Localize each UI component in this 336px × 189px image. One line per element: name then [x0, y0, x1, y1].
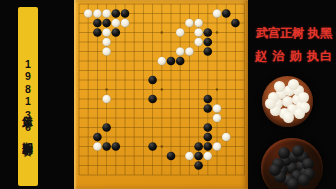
stone-white	[222, 133, 231, 142]
stone-black	[112, 28, 121, 37]
stone-black	[121, 9, 130, 18]
bowl-black-stone	[269, 164, 281, 176]
stone-white	[185, 47, 194, 56]
stone-black	[167, 57, 176, 66]
stone-white	[93, 142, 102, 151]
bowl-white-stone	[274, 81, 285, 92]
stone-black	[148, 95, 157, 104]
stone-white	[213, 104, 222, 113]
event-title-text: 1981日本第36期本因坊决赛	[18, 58, 38, 136]
stone-black	[93, 133, 102, 142]
stone-white	[194, 38, 203, 47]
bowl-black-stone	[278, 147, 290, 159]
stone-white	[112, 19, 121, 28]
white-stone-bowl	[262, 76, 313, 127]
stone-black	[222, 9, 231, 18]
stone-black	[176, 57, 185, 66]
stone-black	[204, 104, 213, 113]
star-point	[105, 88, 107, 90]
player-black-label: 武宫正树 执黑	[252, 25, 336, 42]
stone-white	[185, 152, 194, 161]
stone-black	[204, 95, 213, 104]
star-point	[216, 88, 218, 90]
stone-black	[194, 152, 203, 161]
stone-white	[194, 19, 203, 28]
stone-white	[194, 28, 203, 37]
stone-black	[204, 123, 213, 132]
stone-black	[112, 142, 121, 151]
stone-white	[84, 9, 93, 18]
stone-black	[231, 19, 240, 28]
stone-black	[148, 142, 157, 151]
black-stone-bowl	[261, 138, 323, 189]
stone-black	[204, 47, 213, 56]
star-point	[161, 31, 163, 33]
bowl-white-stone	[294, 108, 305, 119]
stone-white	[102, 95, 111, 104]
stone-white	[213, 114, 222, 123]
go-board[interactable]	[74, 0, 248, 189]
stone-white	[158, 57, 167, 66]
stone-white	[102, 9, 111, 18]
bowl-white-stone	[288, 79, 299, 90]
stone-white	[93, 9, 102, 18]
stone-black	[194, 142, 203, 151]
stone-white	[176, 47, 185, 56]
stone-black	[148, 76, 157, 85]
stone-white	[102, 38, 111, 47]
stone-black	[112, 9, 121, 18]
stone-black	[102, 123, 111, 132]
player-white-label: 赵 治 勋 执白	[252, 48, 336, 65]
stone-white	[102, 28, 111, 37]
stone-white	[121, 19, 130, 28]
star-point	[161, 88, 163, 90]
bowl-black-stone	[298, 174, 310, 186]
bowl-white-stone	[265, 98, 276, 109]
stone-black	[102, 142, 111, 151]
stone-black	[93, 28, 102, 37]
event-title-banner: 1981日本第36期本因坊决赛	[18, 7, 38, 186]
stone-black	[93, 19, 102, 28]
stone-black	[204, 38, 213, 47]
stone-white	[102, 47, 111, 56]
stone-black	[204, 133, 213, 142]
stone-black	[194, 161, 203, 170]
stone-white	[176, 28, 185, 37]
star-point	[216, 31, 218, 33]
go-board-grid	[74, 0, 248, 189]
star-point	[161, 145, 163, 147]
bowl-black-stone	[292, 145, 304, 157]
stone-black	[167, 152, 176, 161]
stone-white	[213, 9, 222, 18]
stone-black	[102, 19, 111, 28]
stone-white	[185, 19, 194, 28]
bowl-white-stone	[283, 112, 294, 123]
stone-black	[204, 28, 213, 37]
video-frame: 1981日本第36期本因坊决赛 武宫正树 执黑 赵 治 勋 执白	[0, 0, 336, 189]
stone-white	[213, 142, 222, 151]
stone-black	[204, 142, 213, 151]
stone-white	[204, 152, 213, 161]
